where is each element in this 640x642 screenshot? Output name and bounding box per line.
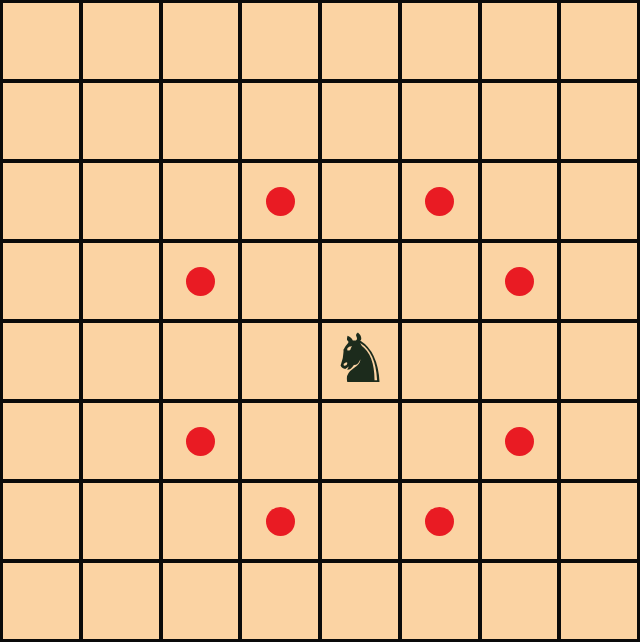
square-d1[interactable] [242, 563, 318, 639]
square-c7[interactable] [163, 83, 239, 159]
square-b2[interactable] [83, 483, 159, 559]
square-a3[interactable] [3, 403, 79, 479]
square-e2[interactable] [322, 483, 398, 559]
square-c5[interactable] [163, 243, 239, 319]
square-e7[interactable] [322, 83, 398, 159]
square-f8[interactable] [402, 3, 478, 79]
square-d3[interactable] [242, 403, 318, 479]
move-marker-g3[interactable] [505, 427, 534, 456]
square-e8[interactable] [322, 3, 398, 79]
square-b8[interactable] [83, 3, 159, 79]
square-d4[interactable] [242, 323, 318, 399]
square-d2[interactable] [242, 483, 318, 559]
move-marker-f6[interactable] [425, 187, 454, 216]
square-a5[interactable] [3, 243, 79, 319]
square-a7[interactable] [3, 83, 79, 159]
square-a2[interactable] [3, 483, 79, 559]
square-f5[interactable] [402, 243, 478, 319]
square-h5[interactable] [561, 243, 637, 319]
square-h1[interactable] [561, 563, 637, 639]
square-b4[interactable] [83, 323, 159, 399]
square-c1[interactable] [163, 563, 239, 639]
move-marker-d6[interactable] [266, 187, 295, 216]
square-b7[interactable] [83, 83, 159, 159]
square-g3[interactable] [482, 403, 558, 479]
square-b1[interactable] [83, 563, 159, 639]
move-marker-d2[interactable] [266, 507, 295, 536]
square-h8[interactable] [561, 3, 637, 79]
move-marker-c5[interactable] [186, 267, 215, 296]
square-c8[interactable] [163, 3, 239, 79]
square-h7[interactable] [561, 83, 637, 159]
square-d6[interactable] [242, 163, 318, 239]
square-c6[interactable] [163, 163, 239, 239]
black-knight-piece[interactable]: ♞ [329, 325, 390, 393]
square-g1[interactable] [482, 563, 558, 639]
square-f2[interactable] [402, 483, 478, 559]
square-d7[interactable] [242, 83, 318, 159]
square-h6[interactable] [561, 163, 637, 239]
square-e1[interactable] [322, 563, 398, 639]
square-f4[interactable] [402, 323, 478, 399]
square-f7[interactable] [402, 83, 478, 159]
move-marker-f2[interactable] [425, 507, 454, 536]
move-marker-c3[interactable] [186, 427, 215, 456]
square-h3[interactable] [561, 403, 637, 479]
square-c3[interactable] [163, 403, 239, 479]
square-h2[interactable] [561, 483, 637, 559]
square-g6[interactable] [482, 163, 558, 239]
square-f6[interactable] [402, 163, 478, 239]
square-c2[interactable] [163, 483, 239, 559]
square-b6[interactable] [83, 163, 159, 239]
square-g5[interactable] [482, 243, 558, 319]
square-d8[interactable] [242, 3, 318, 79]
chess-board: ♞ [0, 0, 640, 642]
square-b5[interactable] [83, 243, 159, 319]
square-e3[interactable] [322, 403, 398, 479]
square-b3[interactable] [83, 403, 159, 479]
square-f3[interactable] [402, 403, 478, 479]
square-h4[interactable] [561, 323, 637, 399]
square-f1[interactable] [402, 563, 478, 639]
square-e4[interactable]: ♞ [322, 323, 398, 399]
board-wrapper: ♞ [0, 0, 640, 642]
square-g7[interactable] [482, 83, 558, 159]
square-e6[interactable] [322, 163, 398, 239]
square-c4[interactable] [163, 323, 239, 399]
square-g2[interactable] [482, 483, 558, 559]
square-d5[interactable] [242, 243, 318, 319]
square-a6[interactable] [3, 163, 79, 239]
square-e5[interactable] [322, 243, 398, 319]
square-g8[interactable] [482, 3, 558, 79]
square-a1[interactable] [3, 563, 79, 639]
square-a4[interactable] [3, 323, 79, 399]
square-a8[interactable] [3, 3, 79, 79]
move-marker-g5[interactable] [505, 267, 534, 296]
square-g4[interactable] [482, 323, 558, 399]
